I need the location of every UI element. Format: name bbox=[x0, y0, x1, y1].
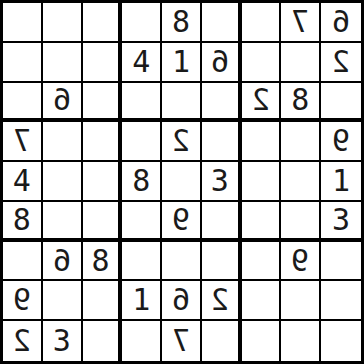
cell-r8c1[interactable]: 9 bbox=[3, 281, 43, 321]
cell-r9c3[interactable] bbox=[83, 321, 123, 361]
cell-r9c7[interactable] bbox=[242, 321, 282, 361]
cell-r8c9[interactable] bbox=[321, 281, 361, 321]
digit: 7 bbox=[291, 7, 309, 37]
digit: 4 bbox=[132, 47, 150, 77]
cell-r7c7[interactable] bbox=[242, 242, 282, 282]
cell-r3c9[interactable] bbox=[321, 83, 361, 123]
digit: 8 bbox=[13, 205, 31, 235]
cell-r1c2[interactable] bbox=[43, 3, 83, 43]
digit: 9 bbox=[172, 205, 190, 235]
digit: 1 bbox=[132, 285, 150, 315]
cell-r8c6[interactable]: 2 bbox=[202, 281, 242, 321]
sudoku-board: 876416262872948318936899162237 bbox=[0, 0, 364, 364]
cell-r3c3[interactable] bbox=[83, 83, 123, 123]
cell-r3c4[interactable] bbox=[122, 83, 162, 123]
cell-r2c9[interactable]: 2 bbox=[321, 43, 361, 83]
digit: 7 bbox=[13, 126, 31, 156]
cell-r6c5[interactable]: 9 bbox=[162, 202, 202, 242]
cell-r4c7[interactable] bbox=[242, 122, 282, 162]
cell-r8c4[interactable]: 1 bbox=[122, 281, 162, 321]
cell-r4c9[interactable]: 9 bbox=[321, 122, 361, 162]
cell-r1c1[interactable] bbox=[3, 3, 43, 43]
cell-r6c7[interactable] bbox=[242, 202, 282, 242]
cell-r8c3[interactable] bbox=[83, 281, 123, 321]
digit: 4 bbox=[13, 166, 31, 196]
cell-r7c6[interactable] bbox=[202, 242, 242, 282]
cell-r8c5[interactable]: 6 bbox=[162, 281, 202, 321]
cell-r9c1[interactable]: 2 bbox=[3, 321, 43, 361]
digit: 6 bbox=[332, 7, 350, 37]
cell-r3c6[interactable] bbox=[202, 83, 242, 123]
digit: 3 bbox=[53, 326, 71, 356]
cell-r1c4[interactable] bbox=[122, 3, 162, 43]
cell-r5c4[interactable]: 8 bbox=[122, 162, 162, 202]
digit: 2 bbox=[211, 285, 229, 315]
cell-r9c5[interactable]: 7 bbox=[162, 321, 202, 361]
cell-r6c8[interactable] bbox=[281, 202, 321, 242]
digit: 6 bbox=[53, 246, 71, 276]
cell-r1c7[interactable] bbox=[242, 3, 282, 43]
cell-r2c7[interactable] bbox=[242, 43, 282, 83]
cell-r2c2[interactable] bbox=[43, 43, 83, 83]
digit: 3 bbox=[332, 205, 350, 235]
cell-r7c4[interactable] bbox=[122, 242, 162, 282]
digit: 1 bbox=[172, 47, 190, 77]
cell-r3c5[interactable] bbox=[162, 83, 202, 123]
cell-r5c9[interactable]: 1 bbox=[321, 162, 361, 202]
cell-r1c6[interactable] bbox=[202, 3, 242, 43]
digit: 7 bbox=[172, 326, 190, 356]
digit: 8 bbox=[172, 7, 190, 37]
cell-r6c9[interactable]: 3 bbox=[321, 202, 361, 242]
digit: 8 bbox=[91, 246, 109, 276]
cell-r4c8[interactable] bbox=[281, 122, 321, 162]
cell-r9c2[interactable]: 3 bbox=[43, 321, 83, 361]
cell-r8c7[interactable] bbox=[242, 281, 282, 321]
cell-r6c1[interactable]: 8 bbox=[3, 202, 43, 242]
digit: 8 bbox=[132, 166, 150, 196]
cell-r4c6[interactable] bbox=[202, 122, 242, 162]
digit: 3 bbox=[211, 166, 229, 196]
digit: 9 bbox=[13, 285, 31, 315]
cell-r7c2[interactable]: 6 bbox=[43, 242, 83, 282]
cell-r5c2[interactable] bbox=[43, 162, 83, 202]
cell-r7c3[interactable]: 8 bbox=[83, 242, 123, 282]
cell-r9c4[interactable] bbox=[122, 321, 162, 361]
cell-r9c8[interactable] bbox=[281, 321, 321, 361]
cell-r4c2[interactable] bbox=[43, 122, 83, 162]
cell-r7c8[interactable]: 9 bbox=[281, 242, 321, 282]
cell-r4c5[interactable]: 2 bbox=[162, 122, 202, 162]
digit: 6 bbox=[53, 85, 71, 115]
digit: 8 bbox=[291, 85, 309, 115]
cell-r5c7[interactable] bbox=[242, 162, 282, 202]
cell-r5c1[interactable]: 4 bbox=[3, 162, 43, 202]
digit: 1 bbox=[332, 166, 350, 196]
cell-r4c1[interactable]: 7 bbox=[3, 122, 43, 162]
cell-r5c3[interactable] bbox=[83, 162, 123, 202]
cell-r3c8[interactable]: 8 bbox=[281, 83, 321, 123]
cell-r8c8[interactable] bbox=[281, 281, 321, 321]
cell-r6c2[interactable] bbox=[43, 202, 83, 242]
cell-r9c6[interactable] bbox=[202, 321, 242, 361]
cell-r1c9[interactable]: 6 bbox=[321, 3, 361, 43]
cell-r6c4[interactable] bbox=[122, 202, 162, 242]
cell-r6c3[interactable] bbox=[83, 202, 123, 242]
cell-r2c8[interactable] bbox=[281, 43, 321, 83]
cell-r9c9[interactable] bbox=[321, 321, 361, 361]
digit: 2 bbox=[252, 85, 270, 115]
cell-r4c3[interactable] bbox=[83, 122, 123, 162]
cell-r7c1[interactable] bbox=[3, 242, 43, 282]
cell-r7c9[interactable] bbox=[321, 242, 361, 282]
cell-r3c2[interactable]: 6 bbox=[43, 83, 83, 123]
cell-r2c3[interactable] bbox=[83, 43, 123, 83]
cell-r2c5[interactable]: 1 bbox=[162, 43, 202, 83]
cell-r3c7[interactable]: 2 bbox=[242, 83, 282, 123]
cell-r4c4[interactable] bbox=[122, 122, 162, 162]
cell-r5c6[interactable]: 3 bbox=[202, 162, 242, 202]
digit: 6 bbox=[172, 285, 190, 315]
cell-r7c5[interactable] bbox=[162, 242, 202, 282]
digit: 9 bbox=[332, 126, 350, 156]
cell-r2c4[interactable]: 4 bbox=[122, 43, 162, 83]
cell-r1c5[interactable]: 8 bbox=[162, 3, 202, 43]
digit: 2 bbox=[332, 47, 350, 77]
cell-r2c1[interactable] bbox=[3, 43, 43, 83]
digit: 6 bbox=[211, 47, 229, 77]
cell-r8c2[interactable] bbox=[43, 281, 83, 321]
cell-r6c6[interactable] bbox=[202, 202, 242, 242]
cell-r1c8[interactable]: 7 bbox=[281, 3, 321, 43]
cell-r5c8[interactable] bbox=[281, 162, 321, 202]
cell-r2c6[interactable]: 6 bbox=[202, 43, 242, 83]
cell-r5c5[interactable] bbox=[162, 162, 202, 202]
cell-r1c3[interactable] bbox=[83, 3, 123, 43]
digit: 9 bbox=[291, 246, 309, 276]
cell-r3c1[interactable] bbox=[3, 83, 43, 123]
digit: 2 bbox=[172, 126, 190, 156]
digit: 2 bbox=[13, 326, 31, 356]
